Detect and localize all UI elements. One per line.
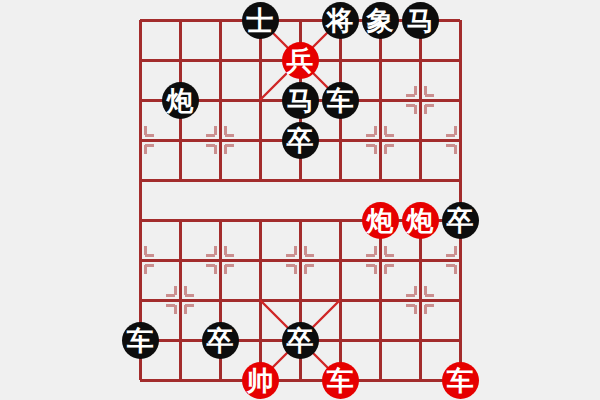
piece-black-elephant[interactable]: 象	[362, 2, 399, 39]
piece-red-cannon[interactable]: 炮	[402, 202, 439, 239]
piece-black-horse[interactable]: 马	[282, 82, 319, 119]
piece-black-advisor[interactable]: 士	[242, 2, 279, 39]
piece-red-chariot[interactable]: 车	[442, 362, 479, 399]
piece-black-soldier[interactable]: 卒	[282, 322, 319, 359]
piece-black-horse[interactable]: 马	[402, 2, 439, 39]
xiangqi-board[interactable]: 士将象马兵炮马车卒炮炮卒车卒卒帅车车	[140, 20, 460, 380]
piece-black-general[interactable]: 将	[322, 2, 359, 39]
piece-red-cannon[interactable]: 炮	[362, 202, 399, 239]
piece-black-soldier[interactable]: 卒	[282, 122, 319, 159]
piece-red-chariot[interactable]: 车	[322, 362, 359, 399]
piece-black-cannon[interactable]: 炮	[162, 82, 199, 119]
piece-black-soldier[interactable]: 卒	[442, 202, 479, 239]
piece-red-general[interactable]: 帅	[242, 362, 279, 399]
xiangqi-screen: 士将象马兵炮马车卒炮炮卒车卒卒帅车车	[0, 0, 600, 400]
piece-black-chariot[interactable]: 车	[322, 82, 359, 119]
piece-black-chariot[interactable]: 车	[122, 322, 159, 359]
piece-red-soldier[interactable]: 兵	[282, 42, 319, 79]
piece-black-soldier[interactable]: 卒	[202, 322, 239, 359]
piece-layer: 士将象马兵炮马车卒炮炮卒车卒卒帅车车	[120, 0, 480, 400]
